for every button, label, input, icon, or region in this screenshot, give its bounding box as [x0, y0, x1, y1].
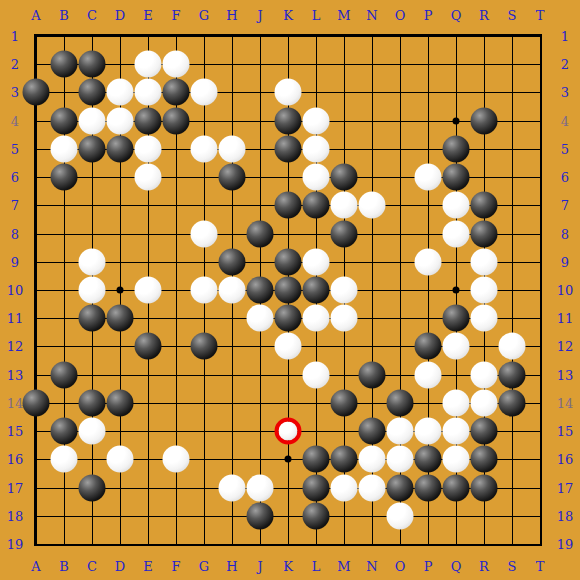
- col-label-top-G: G: [199, 9, 209, 22]
- col-label-bottom-S: S: [508, 560, 517, 573]
- stone-L9[interactable]: [303, 248, 330, 275]
- col-label-top-K: K: [283, 9, 293, 22]
- col-label-bottom-D: D: [115, 560, 125, 573]
- stone-C17[interactable]: [79, 474, 106, 501]
- row-label-right-8: 8: [561, 227, 569, 240]
- col-label-top-T: T: [536, 9, 545, 22]
- stone-B4[interactable]: [51, 107, 78, 134]
- col-label-top-N: N: [366, 9, 377, 22]
- col-label-bottom-E: E: [143, 560, 153, 573]
- row-label-right-16: 16: [557, 453, 574, 466]
- stone-H17[interactable]: [219, 474, 246, 501]
- stone-B5[interactable]: [51, 135, 78, 162]
- stone-L6[interactable]: [303, 164, 330, 191]
- stone-R8[interactable]: [471, 220, 498, 247]
- stone-R7[interactable]: [471, 192, 498, 219]
- stone-M7[interactable]: [331, 192, 358, 219]
- row-label-right-15: 15: [557, 425, 574, 438]
- col-label-bottom-F: F: [171, 560, 180, 573]
- stone-P16[interactable]: [415, 446, 442, 473]
- stone-C2[interactable]: [79, 51, 106, 78]
- row-label-left-13: 13: [7, 368, 24, 381]
- stone-F3[interactable]: [163, 79, 190, 106]
- stone-R11[interactable]: [471, 305, 498, 332]
- stone-G5[interactable]: [191, 135, 218, 162]
- row-label-right-6: 6: [561, 171, 569, 184]
- row-label-right-1: 1: [561, 30, 569, 43]
- stone-E4[interactable]: [135, 107, 162, 134]
- stone-C9[interactable]: [79, 248, 106, 275]
- stone-S14[interactable]: [499, 389, 526, 416]
- row-label-right-17: 17: [557, 481, 574, 494]
- row-label-right-19: 19: [557, 537, 574, 550]
- stone-L7[interactable]: [303, 192, 330, 219]
- star-point-Q10: [453, 286, 460, 293]
- stone-R17[interactable]: [471, 474, 498, 501]
- stone-O15[interactable]: [387, 418, 414, 445]
- stone-B6[interactable]: [51, 164, 78, 191]
- row-label-right-11: 11: [557, 312, 574, 325]
- stone-K3[interactable]: [275, 79, 302, 106]
- stone-N15[interactable]: [359, 418, 386, 445]
- stone-G12[interactable]: [191, 333, 218, 360]
- row-label-left-8: 8: [11, 227, 19, 240]
- stone-J17[interactable]: [247, 474, 274, 501]
- star-point-Q4: [453, 117, 460, 124]
- stone-R16[interactable]: [471, 446, 498, 473]
- stone-Q6[interactable]: [443, 164, 470, 191]
- stone-E5[interactable]: [135, 135, 162, 162]
- stone-L5[interactable]: [303, 135, 330, 162]
- col-label-bottom-P: P: [424, 560, 433, 573]
- col-label-top-D: D: [115, 9, 125, 22]
- col-label-bottom-N: N: [366, 560, 377, 573]
- stone-M8[interactable]: [331, 220, 358, 247]
- stone-O17[interactable]: [387, 474, 414, 501]
- stone-Q16[interactable]: [443, 446, 470, 473]
- stone-B2[interactable]: [51, 51, 78, 78]
- stone-L17[interactable]: [303, 474, 330, 501]
- col-label-top-C: C: [87, 9, 97, 22]
- stone-D16[interactable]: [107, 446, 134, 473]
- stone-M6[interactable]: [331, 164, 358, 191]
- row-label-right-10: 10: [557, 283, 574, 296]
- row-label-left-14: 14: [7, 396, 24, 409]
- row-label-left-6: 6: [11, 171, 19, 184]
- row-label-right-18: 18: [557, 509, 574, 522]
- stone-M14[interactable]: [331, 389, 358, 416]
- stone-O16[interactable]: [387, 446, 414, 473]
- stone-J11[interactable]: [247, 305, 274, 332]
- row-label-right-12: 12: [557, 340, 574, 353]
- stone-Q14[interactable]: [443, 389, 470, 416]
- stone-P9[interactable]: [415, 248, 442, 275]
- row-label-left-18: 18: [7, 509, 24, 522]
- stone-F4[interactable]: [163, 107, 190, 134]
- col-label-top-M: M: [337, 9, 350, 22]
- row-label-right-9: 9: [561, 255, 569, 268]
- stone-C11[interactable]: [79, 305, 106, 332]
- stone-K5[interactable]: [275, 135, 302, 162]
- row-label-left-11: 11: [7, 312, 24, 325]
- stone-K9[interactable]: [275, 248, 302, 275]
- stone-C15[interactable]: [79, 418, 106, 445]
- stone-J18[interactable]: [247, 502, 274, 529]
- col-label-bottom-L: L: [312, 560, 321, 573]
- stone-C5[interactable]: [79, 135, 106, 162]
- stone-K10[interactable]: [275, 276, 302, 303]
- row-label-right-3: 3: [561, 86, 569, 99]
- col-label-bottom-R: R: [479, 560, 489, 573]
- stone-R13[interactable]: [471, 361, 498, 388]
- row-label-left-3: 3: [11, 86, 19, 99]
- star-point-K16: [285, 456, 292, 463]
- stone-E10[interactable]: [135, 276, 162, 303]
- stone-J8[interactable]: [247, 220, 274, 247]
- go-board[interactable]: AABBCCDDEEFFGGHHJJKKLLMMNNOOPPQQRRSSTT11…: [0, 0, 580, 580]
- stone-Q8[interactable]: [443, 220, 470, 247]
- col-label-top-J: J: [257, 9, 262, 22]
- row-label-left-12: 12: [7, 340, 24, 353]
- stone-H6[interactable]: [219, 164, 246, 191]
- row-label-right-2: 2: [561, 58, 569, 71]
- col-label-bottom-B: B: [59, 560, 69, 573]
- stone-F16[interactable]: [163, 446, 190, 473]
- stone-H5[interactable]: [219, 135, 246, 162]
- stone-Q11[interactable]: [443, 305, 470, 332]
- stone-N7[interactable]: [359, 192, 386, 219]
- stone-G8[interactable]: [191, 220, 218, 247]
- stone-Q15[interactable]: [443, 418, 470, 445]
- stone-C3[interactable]: [79, 79, 106, 106]
- col-label-bottom-H: H: [226, 560, 237, 573]
- stone-Q5[interactable]: [443, 135, 470, 162]
- col-label-top-F: F: [171, 9, 180, 22]
- stone-D3[interactable]: [107, 79, 134, 106]
- stone-B15[interactable]: [51, 418, 78, 445]
- row-label-left-10: 10: [7, 283, 24, 296]
- stone-D14[interactable]: [107, 389, 134, 416]
- stone-R9[interactable]: [471, 248, 498, 275]
- stone-Q12[interactable]: [443, 333, 470, 360]
- col-label-top-H: H: [226, 9, 237, 22]
- col-label-bottom-M: M: [337, 560, 350, 573]
- row-label-right-13: 13: [557, 368, 574, 381]
- stone-A3[interactable]: [23, 79, 50, 106]
- stone-O14[interactable]: [387, 389, 414, 416]
- stone-K7[interactable]: [275, 192, 302, 219]
- row-label-left-1: 1: [11, 30, 19, 43]
- stone-C14[interactable]: [79, 389, 106, 416]
- col-label-bottom-O: O: [395, 560, 406, 573]
- col-label-top-R: R: [479, 9, 489, 22]
- stone-M11[interactable]: [331, 305, 358, 332]
- stone-S12[interactable]: [499, 333, 526, 360]
- stone-S13[interactable]: [499, 361, 526, 388]
- row-label-left-7: 7: [11, 199, 19, 212]
- stone-E6[interactable]: [135, 164, 162, 191]
- col-label-bottom-T: T: [536, 560, 545, 573]
- stone-K12[interactable]: [275, 333, 302, 360]
- stone-J10[interactable]: [247, 276, 274, 303]
- stone-Q17[interactable]: [443, 474, 470, 501]
- row-label-left-16: 16: [7, 453, 24, 466]
- col-label-bottom-Q: Q: [451, 560, 462, 573]
- stone-H10[interactable]: [219, 276, 246, 303]
- stone-E2[interactable]: [135, 51, 162, 78]
- col-label-top-B: B: [59, 9, 69, 22]
- stone-O18[interactable]: [387, 502, 414, 529]
- stone-R10[interactable]: [471, 276, 498, 303]
- col-label-top-Q: Q: [451, 9, 462, 22]
- stone-L16[interactable]: [303, 446, 330, 473]
- stone-D5[interactable]: [107, 135, 134, 162]
- stone-F2[interactable]: [163, 51, 190, 78]
- row-label-left-4: 4: [11, 114, 19, 127]
- stone-P13[interactable]: [415, 361, 442, 388]
- stone-P17[interactable]: [415, 474, 442, 501]
- row-label-right-14: 14: [557, 396, 574, 409]
- stone-H9[interactable]: [219, 248, 246, 275]
- col-label-bottom-K: K: [283, 560, 293, 573]
- stone-B13[interactable]: [51, 361, 78, 388]
- row-label-right-7: 7: [561, 199, 569, 212]
- stone-E3[interactable]: [135, 79, 162, 106]
- stone-A14[interactable]: [23, 389, 50, 416]
- stone-D11[interactable]: [107, 305, 134, 332]
- stone-R4[interactable]: [471, 107, 498, 134]
- marked-last-move-K15[interactable]: [275, 418, 302, 445]
- stone-B16[interactable]: [51, 446, 78, 473]
- col-label-top-E: E: [143, 9, 153, 22]
- row-label-right-4: 4: [561, 114, 569, 127]
- row-label-left-17: 17: [7, 481, 24, 494]
- stone-P15[interactable]: [415, 418, 442, 445]
- col-label-top-A: A: [31, 9, 40, 22]
- star-point-D10: [117, 286, 124, 293]
- row-label-right-5: 5: [561, 142, 569, 155]
- stone-N17[interactable]: [359, 474, 386, 501]
- stone-K11[interactable]: [275, 305, 302, 332]
- stone-P6[interactable]: [415, 164, 442, 191]
- stone-M16[interactable]: [331, 446, 358, 473]
- stone-C4[interactable]: [79, 107, 106, 134]
- stone-Q7[interactable]: [443, 192, 470, 219]
- stone-D4[interactable]: [107, 107, 134, 134]
- stone-L10[interactable]: [303, 276, 330, 303]
- col-label-bottom-J: J: [257, 560, 262, 573]
- row-label-left-2: 2: [11, 58, 19, 71]
- stone-K4[interactable]: [275, 107, 302, 134]
- col-label-bottom-C: C: [87, 560, 97, 573]
- stone-N16[interactable]: [359, 446, 386, 473]
- col-label-bottom-A: A: [31, 560, 40, 573]
- stone-C10[interactable]: [79, 276, 106, 303]
- row-label-left-5: 5: [11, 142, 19, 155]
- stone-R15[interactable]: [471, 418, 498, 445]
- stone-L4[interactable]: [303, 107, 330, 134]
- col-label-top-P: P: [424, 9, 433, 22]
- stone-M17[interactable]: [331, 474, 358, 501]
- stone-P12[interactable]: [415, 333, 442, 360]
- stone-R14[interactable]: [471, 389, 498, 416]
- col-label-bottom-G: G: [199, 560, 209, 573]
- stone-N13[interactable]: [359, 361, 386, 388]
- col-label-top-S: S: [508, 9, 517, 22]
- stone-L13[interactable]: [303, 361, 330, 388]
- row-label-left-19: 19: [7, 537, 24, 550]
- col-label-top-L: L: [312, 9, 321, 22]
- stone-G10[interactable]: [191, 276, 218, 303]
- row-label-left-9: 9: [11, 255, 19, 268]
- stone-M10[interactable]: [331, 276, 358, 303]
- stone-E12[interactable]: [135, 333, 162, 360]
- col-label-top-O: O: [395, 9, 406, 22]
- stone-G3[interactable]: [191, 79, 218, 106]
- stone-L18[interactable]: [303, 502, 330, 529]
- stone-L11[interactable]: [303, 305, 330, 332]
- row-label-left-15: 15: [7, 425, 24, 438]
